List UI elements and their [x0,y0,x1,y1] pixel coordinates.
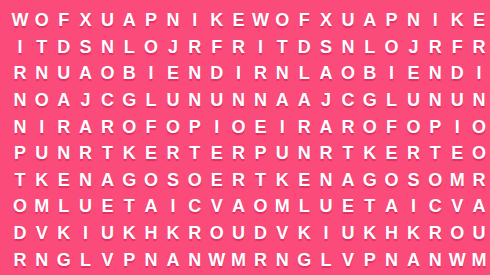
grid-cell-r5c9[interactable]: P [184,113,206,140]
grid-cell-r6c10[interactable]: E [206,140,228,167]
grid-cell-r3c8[interactable]: E [162,60,184,87]
grid-cell-r4c11[interactable]: N [228,87,250,114]
grid-cell-r6c14[interactable]: N [293,140,315,167]
word-search-board: WOFXUAPNIKEWOFXUAPNIKEITDSNLOJRFRITDSNLO… [0,0,490,275]
grid-cell-r10c13[interactable]: N [271,246,293,273]
grid-cell-r10c7[interactable]: N [140,246,162,273]
grid-cell-r1c14[interactable]: F [293,7,315,34]
grid-cell-r3c3[interactable]: U [53,60,75,87]
grid-cell-r3c17[interactable]: B [359,60,381,87]
grid-cell-r7c6[interactable]: G [118,167,140,194]
grid-cell-r6c15[interactable]: R [315,140,337,167]
grid-cell-r8c21[interactable]: V [446,193,468,220]
grid-cell-r5c10[interactable]: I [206,113,228,140]
grid-cell-r3c10[interactable]: D [206,60,228,87]
grid-cell-r5c1[interactable]: N [9,113,31,140]
grid-cell-r9c9[interactable]: R [184,220,206,247]
grid-cell-r6c19[interactable]: R [403,140,425,167]
grid-cell-r1c21[interactable]: K [446,7,468,34]
grid-cell-r9c8[interactable]: K [162,220,184,247]
grid-cell-r2c5[interactable]: N [96,34,118,61]
grid-cell-r10c19[interactable]: A [403,246,425,273]
grid-cell-r10c10[interactable]: W [206,246,228,273]
grid-cell-r10c18[interactable]: N [381,246,403,273]
grid-cell-r3c19[interactable]: E [403,60,425,87]
grid-cell-r2c3[interactable]: D [53,34,75,61]
grid-cell-r8c9[interactable]: C [184,193,206,220]
grid-cell-r2c9[interactable]: R [184,34,206,61]
grid-cell-r4c18[interactable]: L [381,87,403,114]
grid-cell-r1c1[interactable]: W [9,7,31,34]
grid-cell-r1c17[interactable]: A [359,7,381,34]
grid-cell-r2c21[interactable]: F [446,34,468,61]
grid-cell-r7c14[interactable]: E [293,167,315,194]
grid-cell-r8c7[interactable]: A [140,193,162,220]
grid-cell-r8c2[interactable]: M [31,193,53,220]
grid-cell-r6c13[interactable]: U [271,140,293,167]
grid-cell-r2c17[interactable]: L [359,34,381,61]
grid-cell-r3c4[interactable]: A [75,60,97,87]
grid-cell-r4c12[interactable]: N [249,87,271,114]
grid-cell-r10c11[interactable]: M [228,246,250,273]
grid-cell-r4c20[interactable]: N [424,87,446,114]
grid-cell-r3c22[interactable]: I [468,60,490,87]
grid-cell-r5c6[interactable]: O [118,113,140,140]
grid-cell-r5c11[interactable]: O [228,113,250,140]
grid-cell-r7c19[interactable]: S [403,167,425,194]
grid-cell-r1c7[interactable]: P [140,7,162,34]
grid-cell-r9c20[interactable]: R [424,220,446,247]
grid-cell-r6c1[interactable]: P [9,140,31,167]
grid-cell-r5c22[interactable]: O [468,113,490,140]
grid-cell-r10c14[interactable]: G [293,246,315,273]
grid-cell-r8c8[interactable]: I [162,193,184,220]
grid-cell-r7c5[interactable]: A [96,167,118,194]
grid-cell-r2c2[interactable]: T [31,34,53,61]
grid-cell-r2c13[interactable]: T [271,34,293,61]
grid-cell-r7c11[interactable]: R [228,167,250,194]
grid-cell-r6c12[interactable]: P [249,140,271,167]
grid-cell-r3c15[interactable]: A [315,60,337,87]
grid-cell-r7c7[interactable]: O [140,167,162,194]
grid-cell-r6c5[interactable]: T [96,140,118,167]
grid-cell-r5c12[interactable]: E [249,113,271,140]
grid-cell-r5c21[interactable]: I [446,113,468,140]
grid-cell-r6c11[interactable]: R [228,140,250,167]
grid-cell-r2c6[interactable]: L [118,34,140,61]
grid-cell-r3c16[interactable]: O [337,60,359,87]
grid-cell-r5c3[interactable]: R [53,113,75,140]
grid-cell-r2c12[interactable]: I [249,34,271,61]
grid-cell-r5c2[interactable]: I [31,113,53,140]
grid-cell-r5c17[interactable]: O [359,113,381,140]
grid-cell-r3c5[interactable]: O [96,60,118,87]
grid-cell-r4c19[interactable]: U [403,87,425,114]
grid-cell-r7c21[interactable]: M [446,167,468,194]
grid-cell-r2c4[interactable]: S [75,34,97,61]
grid-cell-r8c10[interactable]: V [206,193,228,220]
grid-cell-r10c20[interactable]: N [424,246,446,273]
grid-cell-r4c1[interactable]: N [9,87,31,114]
grid-cell-r6c4[interactable]: R [75,140,97,167]
grid-cell-r4c17[interactable]: G [359,87,381,114]
grid-cell-r3c11[interactable]: I [228,60,250,87]
grid-cell-r9c6[interactable]: K [118,220,140,247]
grid-cell-r3c14[interactable]: L [293,60,315,87]
grid-cell-r4c7[interactable]: L [140,87,162,114]
grid-cell-r5c19[interactable]: O [403,113,425,140]
grid-cell-r4c16[interactable]: C [337,87,359,114]
grid-cell-r8c17[interactable]: T [359,193,381,220]
grid-cell-r4c10[interactable]: U [206,87,228,114]
grid-cell-r6c6[interactable]: K [118,140,140,167]
grid-cell-r10c22[interactable]: M [468,246,490,273]
grid-cell-r9c17[interactable]: K [359,220,381,247]
grid-cell-r1c6[interactable]: A [118,7,140,34]
grid-cell-r8c11[interactable]: A [228,193,250,220]
grid-cell-r1c22[interactable]: E [468,7,490,34]
grid-cell-r4c8[interactable]: U [162,87,184,114]
grid-cell-r2c10[interactable]: F [206,34,228,61]
grid-cell-r1c19[interactable]: N [403,7,425,34]
grid-cell-r9c22[interactable]: U [468,220,490,247]
grid-cell-r9c21[interactable]: O [446,220,468,247]
grid-cell-r7c2[interactable]: K [31,167,53,194]
grid-cell-r7c12[interactable]: T [249,167,271,194]
grid-cell-r9c7[interactable]: H [140,220,162,247]
grid-cell-r2c14[interactable]: D [293,34,315,61]
grid-cell-r5c4[interactable]: A [75,113,97,140]
grid-cell-r4c21[interactable]: U [446,87,468,114]
grid-cell-r9c1[interactable]: D [9,220,31,247]
grid-cell-r10c6[interactable]: P [118,246,140,273]
grid-cell-r7c16[interactable]: A [337,167,359,194]
grid-cell-r1c16[interactable]: U [337,7,359,34]
grid-cell-r2c20[interactable]: R [424,34,446,61]
grid-cell-r2c19[interactable]: J [403,34,425,61]
grid-cell-r6c7[interactable]: E [140,140,162,167]
grid-cell-r7c8[interactable]: S [162,167,184,194]
grid-cell-r6c3[interactable]: N [53,140,75,167]
grid-cell-r5c7[interactable]: F [140,113,162,140]
grid-cell-r1c3[interactable]: F [53,7,75,34]
grid-cell-r3c13[interactable]: N [271,60,293,87]
grid-cell-r1c12[interactable]: W [249,7,271,34]
grid-cell-r5c20[interactable]: P [424,113,446,140]
grid-cell-r4c4[interactable]: J [75,87,97,114]
grid-cell-r8c22[interactable]: A [468,193,490,220]
grid-cell-r10c3[interactable]: G [53,246,75,273]
grid-cell-r10c21[interactable]: W [446,246,468,273]
grid-cell-r1c15[interactable]: X [315,7,337,34]
grid-cell-r10c4[interactable]: L [75,246,97,273]
grid-cell-r3c12[interactable]: R [249,60,271,87]
grid-cell-r4c13[interactable]: A [271,87,293,114]
grid-cell-r6c8[interactable]: R [162,140,184,167]
grid-cell-r9c11[interactable]: U [228,220,250,247]
grid-cell-r9c4[interactable]: I [75,220,97,247]
grid-cell-r10c2[interactable]: N [31,246,53,273]
grid-cell-r9c18[interactable]: H [381,220,403,247]
grid-cell-r9c14[interactable]: K [293,220,315,247]
grid-cell-r8c20[interactable]: C [424,193,446,220]
grid-cell-r5c13[interactable]: I [271,113,293,140]
grid-cell-r3c9[interactable]: N [184,60,206,87]
grid-cell-r2c15[interactable]: S [315,34,337,61]
grid-cell-r9c16[interactable]: U [337,220,359,247]
grid-cell-r2c18[interactable]: O [381,34,403,61]
grid-cell-r8c18[interactable]: A [381,193,403,220]
grid-cell-r5c18[interactable]: F [381,113,403,140]
grid-cell-r6c17[interactable]: K [359,140,381,167]
grid-cell-r4c6[interactable]: G [118,87,140,114]
grid-cell-r3c18[interactable]: I [381,60,403,87]
grid-cell-r7c3[interactable]: E [53,167,75,194]
grid-cell-r8c16[interactable]: E [337,193,359,220]
grid-cell-r4c9[interactable]: N [184,87,206,114]
grid-cell-r7c9[interactable]: O [184,167,206,194]
grid-cell-r4c2[interactable]: O [31,87,53,114]
grid-cell-r7c20[interactable]: O [424,167,446,194]
grid-cell-r5c15[interactable]: A [315,113,337,140]
grid-cell-r6c21[interactable]: E [446,140,468,167]
grid-cell-r1c11[interactable]: E [228,7,250,34]
grid-cell-r8c19[interactable]: I [403,193,425,220]
grid-cell-r1c9[interactable]: I [184,7,206,34]
grid-cell-r7c13[interactable]: K [271,167,293,194]
grid-cell-r9c3[interactable]: K [53,220,75,247]
grid-cell-r5c14[interactable]: R [293,113,315,140]
grid-cell-r4c22[interactable]: N [468,87,490,114]
grid-cell-r6c18[interactable]: E [381,140,403,167]
grid-cell-r4c14[interactable]: A [293,87,315,114]
grid-cell-r10c12[interactable]: R [249,246,271,273]
grid-cell-r1c10[interactable]: K [206,7,228,34]
grid-cell-r3c2[interactable]: N [31,60,53,87]
grid-cell-r9c12[interactable]: D [249,220,271,247]
grid-cell-r8c13[interactable]: M [271,193,293,220]
grid-cell-r5c8[interactable]: O [162,113,184,140]
grid-cell-r7c17[interactable]: G [359,167,381,194]
grid-cell-r7c22[interactable]: R [468,167,490,194]
grid-cell-r8c5[interactable]: E [96,193,118,220]
grid-cell-r1c20[interactable]: I [424,7,446,34]
grid-cell-r4c15[interactable]: J [315,87,337,114]
grid-cell-r7c10[interactable]: E [206,167,228,194]
grid-cell-r8c15[interactable]: U [315,193,337,220]
grid-cell-r2c22[interactable]: R [468,34,490,61]
grid-cell-r3c21[interactable]: D [446,60,468,87]
grid-cell-r5c5[interactable]: R [96,113,118,140]
grid-cell-r10c15[interactable]: L [315,246,337,273]
grid-cell-r10c9[interactable]: N [184,246,206,273]
grid-cell-r9c13[interactable]: V [271,220,293,247]
grid-cell-r9c5[interactable]: U [96,220,118,247]
grid-cell-r2c1[interactable]: I [9,34,31,61]
grid-cell-r8c4[interactable]: U [75,193,97,220]
grid-cell-r1c8[interactable]: N [162,7,184,34]
grid-cell-r4c5[interactable]: C [96,87,118,114]
grid-cell-r3c1[interactable]: R [9,60,31,87]
grid-cell-r5c16[interactable]: R [337,113,359,140]
grid-cell-r7c4[interactable]: N [75,167,97,194]
grid-cell-r7c15[interactable]: N [315,167,337,194]
grid-cell-r7c18[interactable]: O [381,167,403,194]
grid-cell-r2c16[interactable]: N [337,34,359,61]
grid-cell-r10c16[interactable]: V [337,246,359,273]
grid-cell-r8c12[interactable]: O [249,193,271,220]
grid-cell-r10c8[interactable]: A [162,246,184,273]
grid-cell-r9c2[interactable]: V [31,220,53,247]
grid-cell-r9c15[interactable]: I [315,220,337,247]
grid-cell-r1c2[interactable]: O [31,7,53,34]
grid-cell-r10c1[interactable]: R [9,246,31,273]
grid-cell-r6c2[interactable]: U [31,140,53,167]
grid-cell-r1c4[interactable]: X [75,7,97,34]
grid-cell-r6c22[interactable]: O [468,140,490,167]
grid-cell-r9c19[interactable]: K [403,220,425,247]
grid-cell-r2c11[interactable]: R [228,34,250,61]
grid-cell-r3c7[interactable]: I [140,60,162,87]
grid-cell-r10c5[interactable]: V [96,246,118,273]
grid-cell-r9c10[interactable]: O [206,220,228,247]
grid-cell-r2c8[interactable]: J [162,34,184,61]
grid-cell-r6c9[interactable]: T [184,140,206,167]
grid-cell-r8c1[interactable]: O [9,193,31,220]
grid-cell-r8c6[interactable]: T [118,193,140,220]
grid-cell-r3c20[interactable]: N [424,60,446,87]
grid-cell-r1c13[interactable]: O [271,7,293,34]
grid-cell-r10c17[interactable]: P [359,246,381,273]
grid-cell-r6c20[interactable]: T [424,140,446,167]
grid-cell-r7c1[interactable]: T [9,167,31,194]
grid-cell-r3c6[interactable]: B [118,60,140,87]
grid-cell-r1c18[interactable]: P [381,7,403,34]
grid-cell-r4c3[interactable]: A [53,87,75,114]
grid-cell-r6c16[interactable]: T [337,140,359,167]
grid-cell-r8c3[interactable]: L [53,193,75,220]
grid-cell-r8c14[interactable]: L [293,193,315,220]
grid-cell-r2c7[interactable]: O [140,34,162,61]
grid-cell-r1c5[interactable]: U [96,7,118,34]
